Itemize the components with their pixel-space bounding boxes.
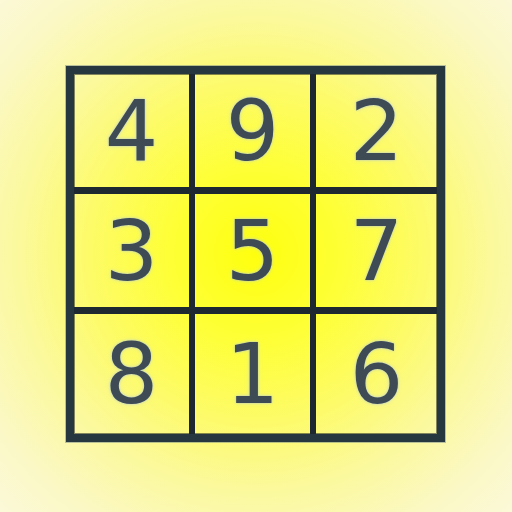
cell-r3c3[interactable]: 6 bbox=[316, 314, 437, 434]
cell-r2c1[interactable]: 3 bbox=[74, 194, 195, 314]
cell-r3c2[interactable]: 1 bbox=[195, 314, 316, 434]
cell-r1c2[interactable]: 9 bbox=[195, 74, 316, 194]
cell-r2c2[interactable]: 5 bbox=[195, 194, 316, 314]
page-background: { "game": "magic-square", "position": "4… bbox=[0, 0, 512, 512]
cell-r2c3[interactable]: 7 bbox=[316, 194, 437, 314]
cell-r3c1[interactable]: 8 bbox=[74, 314, 195, 434]
cell-r1c1[interactable]: 4 bbox=[74, 74, 195, 194]
magic-square-board: 4 9 2 3 5 7 8 1 6 bbox=[66, 66, 445, 442]
cell-r1c3[interactable]: 2 bbox=[316, 74, 437, 194]
